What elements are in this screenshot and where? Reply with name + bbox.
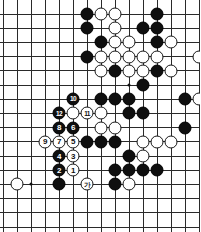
stone-label: 가 [84,181,90,188]
stone-black [123,93,136,106]
hoshi-point [128,84,131,87]
stone-black [179,121,192,134]
stone-black [95,93,108,106]
stone-white [95,50,108,63]
stone-black [109,135,122,148]
stone-black [151,164,164,177]
stone-label: 6 [71,124,75,132]
stone-white [123,36,136,49]
grid-line-horizontal [0,198,200,199]
stone-white [109,22,122,35]
stone-white [137,150,150,163]
stone-white [109,50,122,63]
stone-white [95,64,108,77]
go-board: 101211869754321가 [0,0,200,232]
stone-black-10: 10 [67,93,80,106]
stone-black-2: 2 [53,164,66,177]
stone-white-1: 1 [67,164,80,177]
stone-black [137,107,150,120]
stone-black [151,22,164,35]
stone-black [123,164,136,177]
hoshi-point [30,183,33,186]
stone-label: 7 [57,138,61,146]
stone-white-9: 9 [39,135,52,148]
stone-white [165,36,178,49]
stone-black-8: 8 [53,121,66,134]
stone-white [123,64,136,77]
stone-white [137,135,150,148]
grid-line-horizontal [0,28,200,29]
stone-black [109,178,122,191]
stone-black [151,36,164,49]
stone-white [95,121,108,134]
stone-white [151,135,164,148]
stone-white [95,8,108,21]
stone-black [81,135,94,148]
stone-black [109,93,122,106]
stone-black [123,107,136,120]
stone-black [81,22,94,35]
stone-label: 10 [70,96,76,103]
grid-line-horizontal [0,156,200,157]
grid-line-horizontal [0,227,200,228]
stone-black [53,178,66,191]
grid-line-horizontal [0,85,200,86]
stone-white-11: 11 [81,107,94,120]
stone-white-3: 3 [67,150,80,163]
stone-black [81,8,94,21]
stone-white [151,50,164,63]
stone-black-6: 6 [67,121,80,134]
stone-white [193,50,201,63]
stone-white [165,64,178,77]
stone-white [123,50,136,63]
stone-black [109,64,122,77]
grid-line-horizontal [0,212,200,213]
stone-label: 4 [57,152,61,160]
stone-white [109,36,122,49]
stone-white [11,178,24,191]
stone-black-12: 12 [53,107,66,120]
stone-white [137,50,150,63]
stone-black [151,64,164,77]
stone-label: 11 [84,110,89,117]
stone-label: 1 [71,166,75,174]
stone-white [165,135,178,148]
stone-white [109,121,122,134]
stone-black [137,164,150,177]
stone-white [193,93,201,106]
stone-black [137,22,150,35]
stone-label: 5 [71,138,75,146]
stone-white [67,107,80,120]
stone-black [137,79,150,92]
stone-black [95,135,108,148]
stone-black-4: 4 [53,150,66,163]
grid-line-horizontal [0,170,200,171]
stone-label: 2 [57,166,61,174]
stone-white-5: 5 [67,135,80,148]
stone-white-7: 7 [53,135,66,148]
stone-label: 3 [71,152,75,160]
stone-white [137,64,150,77]
stone-black [81,50,94,63]
stone-black [95,36,108,49]
stone-label: 12 [56,110,62,117]
stone-label: 8 [57,124,61,132]
stone-black [179,93,192,106]
stone-black [151,8,164,21]
stone-white [95,107,108,120]
stone-black [109,164,122,177]
stone-white [109,8,122,21]
stone-label: 9 [43,138,47,146]
stone-white-가: 가 [81,178,94,191]
stone-white [123,178,136,191]
go-diagram: 101211869754321가 [0,0,200,232]
stone-black [123,150,136,163]
